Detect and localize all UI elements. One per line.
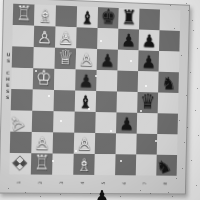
glare-dot — [155, 140, 157, 142]
glare-dot — [145, 85, 147, 87]
square-d2[interactable]: ♙ — [74, 133, 95, 154]
glare-dot — [130, 60, 132, 62]
square-a1[interactable] — [9, 153, 31, 175]
square-e1[interactable] — [94, 154, 115, 175]
square-f4[interactable] — [116, 92, 137, 113]
glare-dot — [35, 70, 37, 72]
captured-black-pawn: ♟ — [92, 188, 112, 200]
square-f1[interactable] — [115, 154, 136, 175]
black-knight[interactable]: ♞ — [151, 154, 176, 179]
square-h2[interactable] — [157, 134, 178, 155]
black-pawn[interactable]: ♟ — [97, 51, 118, 71]
coordinate-label: 1 — [12, 172, 27, 193]
square-e4[interactable] — [96, 91, 117, 112]
square-g2[interactable] — [136, 134, 157, 155]
square-b7[interactable]: ♙ — [34, 26, 56, 48]
coordinate-label: 6 — [118, 173, 132, 194]
coordinate-label: 2 — [34, 172, 49, 193]
square-d5[interactable]: ♟ — [75, 69, 96, 91]
square-d6[interactable]: ♙ — [76, 48, 97, 70]
chess-board: US CHESS ♖♗♝♚♜♙♙♟♟♕♙♟♟♔♟♞♝♛♙♟♙♙♖♗♞ 12345… — [0, 0, 190, 194]
square-d4[interactable]: ♝ — [75, 90, 96, 111]
glare-dot — [60, 120, 62, 122]
square-f2[interactable] — [116, 133, 137, 154]
square-a2[interactable] — [10, 132, 32, 154]
square-c3[interactable] — [53, 111, 75, 133]
square-e8[interactable]: ♚ — [98, 7, 119, 29]
black-rook[interactable]: ♜ — [118, 6, 139, 29]
square-c5[interactable] — [54, 69, 76, 91]
square-e7[interactable] — [97, 28, 118, 50]
white-queen[interactable]: ♕ — [55, 46, 77, 69]
black-pawn[interactable]: ♟ — [139, 31, 160, 50]
glare-dot — [48, 95, 50, 97]
glare-dot — [140, 110, 142, 112]
square-d3[interactable] — [74, 112, 95, 133]
square-d8[interactable]: ♝ — [77, 6, 98, 28]
glare-dot — [110, 130, 112, 132]
square-a8[interactable]: ♖ — [13, 4, 35, 26]
square-c4[interactable] — [54, 90, 76, 112]
black-pawn[interactable]: ♟ — [75, 71, 96, 91]
square-h5[interactable]: ♞ — [158, 72, 179, 93]
square-f7[interactable]: ♟ — [118, 29, 139, 51]
coordinate-label: 3 — [55, 172, 70, 193]
black-bishop[interactable]: ♝ — [75, 93, 96, 112]
square-h6[interactable] — [159, 51, 180, 72]
photo-scene: US CHESS ♖♗♝♚♜♙♙♟♟♕♙♟♟♔♟♞♝♛♙♟♙♙♖♗♞ 12345… — [0, 0, 200, 200]
square-g7[interactable]: ♟ — [139, 30, 160, 51]
white-rook[interactable]: ♖ — [31, 152, 53, 175]
black-pawn[interactable]: ♟ — [118, 31, 139, 51]
square-h7[interactable] — [159, 30, 180, 51]
glare-dot — [75, 150, 77, 152]
square-g3[interactable] — [137, 113, 158, 134]
square-g6[interactable]: ♟ — [138, 50, 159, 71]
square-c6[interactable]: ♕ — [55, 48, 77, 70]
square-f3[interactable]: ♟ — [116, 112, 137, 133]
white-pawn[interactable]: ♙ — [74, 135, 95, 154]
coordinate-label: 4 — [76, 172, 90, 193]
square-b3[interactable] — [32, 111, 54, 133]
square-c8[interactable] — [55, 5, 77, 27]
square-h3[interactable] — [157, 113, 178, 134]
square-h8[interactable] — [160, 10, 181, 31]
square-e6[interactable]: ♟ — [97, 49, 118, 71]
square-c2[interactable] — [53, 132, 75, 153]
square-d1[interactable]: ♗ — [73, 154, 94, 175]
black-pawn[interactable]: ♟ — [138, 52, 159, 71]
white-rook[interactable]: ♖ — [13, 2, 35, 26]
square-a3[interactable]: ♙ — [10, 110, 32, 132]
square-e3[interactable] — [95, 112, 116, 133]
board-grid: ♖♗♝♚♜♙♙♟♟♕♙♟♟♔♟♞♝♛♙♟♙♙♖♗♞ — [9, 4, 180, 176]
glare-dot — [88, 108, 90, 110]
board-brand-text: US CHESS — [2, 52, 11, 101]
square-b1[interactable]: ♖ — [31, 153, 53, 174]
glare-dot — [100, 40, 102, 42]
black-pawn[interactable]: ♟ — [116, 114, 137, 133]
square-c1[interactable] — [52, 153, 74, 174]
square-h1[interactable]: ♞ — [156, 155, 177, 176]
square-g8[interactable] — [139, 9, 160, 31]
black-knight[interactable]: ♞ — [158, 74, 179, 93]
black-king[interactable]: ♚ — [98, 6, 119, 29]
square-b8[interactable]: ♗ — [34, 5, 56, 27]
square-d7[interactable] — [76, 27, 97, 49]
square-a7[interactable] — [12, 25, 34, 47]
square-a4[interactable] — [11, 89, 33, 111]
white-pawn[interactable]: ♙ — [34, 28, 56, 48]
white-bishop[interactable]: ♗ — [34, 7, 56, 27]
glare-dot — [52, 160, 54, 162]
glare-dot — [65, 35, 67, 37]
square-f5[interactable] — [117, 71, 138, 92]
square-f6[interactable] — [117, 50, 138, 71]
square-b4[interactable] — [32, 89, 54, 111]
square-a5[interactable] — [11, 68, 33, 90]
square-e2[interactable] — [95, 133, 116, 154]
square-h4[interactable] — [158, 92, 179, 113]
square-f8[interactable]: ♜ — [118, 8, 139, 30]
board-logo-emblem — [13, 157, 27, 170]
glare-dot — [95, 75, 97, 77]
white-pawn[interactable]: ♙ — [76, 50, 97, 70]
square-a6[interactable] — [12, 46, 34, 68]
white-bishop[interactable]: ♗ — [73, 156, 94, 175]
glare-dot — [120, 160, 122, 162]
black-bishop[interactable]: ♝ — [77, 8, 98, 28]
square-e5[interactable] — [96, 70, 117, 91]
